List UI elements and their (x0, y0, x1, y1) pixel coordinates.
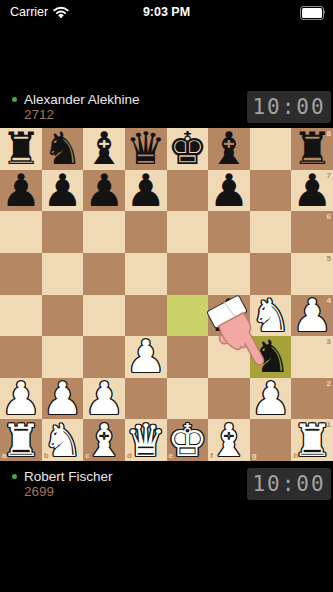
square-e6[interactable] (167, 211, 209, 253)
player-clock: 10:00 (247, 468, 331, 500)
status-time: 9:03 PM (0, 0, 333, 24)
square-h1[interactable]: ♜1h (291, 419, 333, 461)
square-d6[interactable] (125, 211, 167, 253)
rank-label-4: 4 (327, 297, 331, 305)
piece-white-bishop-f1[interactable]: ♝ (208, 419, 250, 461)
opponent-name: Alexander Alekhine (24, 92, 140, 107)
rank-label-7: 7 (327, 172, 331, 180)
player-info-bar: Robert Fischer 2699 10:00 (0, 463, 333, 505)
square-b7[interactable]: ♟ (42, 170, 84, 212)
square-b5[interactable] (42, 253, 84, 295)
piece-white-pawn-d3[interactable]: ♟ (125, 336, 167, 378)
square-h6[interactable]: 6 (291, 211, 333, 253)
rank-label-2: 2 (327, 380, 331, 388)
file-label-e: e (169, 452, 173, 460)
square-c1[interactable]: ♝c (83, 419, 125, 461)
file-label-f: f (210, 452, 213, 460)
square-c4[interactable] (83, 295, 125, 337)
square-a4[interactable] (0, 295, 42, 337)
square-d5[interactable] (125, 253, 167, 295)
piece-black-king-e8[interactable]: ♚ (167, 128, 209, 170)
square-e8[interactable]: ♚ (167, 128, 209, 170)
square-g7[interactable] (250, 170, 292, 212)
square-g2[interactable]: ♟ (250, 378, 292, 420)
opponent-clock: 10:00 (247, 91, 331, 123)
square-h3[interactable]: 3 (291, 336, 333, 378)
square-f3[interactable] (208, 336, 250, 378)
rank-label-8: 8 (327, 130, 331, 138)
square-e5[interactable] (167, 253, 209, 295)
piece-white-pawn-g2[interactable]: ♟ (250, 378, 292, 420)
square-c6[interactable] (83, 211, 125, 253)
square-g6[interactable] (250, 211, 292, 253)
square-h4[interactable]: ♟4 (291, 295, 333, 337)
square-a7[interactable]: ♟ (0, 170, 42, 212)
rank-label-5: 5 (327, 255, 331, 263)
file-label-a: a (2, 452, 6, 460)
square-a1[interactable]: ♜a (0, 419, 42, 461)
chess-board[interactable]: ♜♞♝♛♚♝♜8♟♟♟♟♟♟765♟♞♟4♟♞3♟♟♟♟2♜a♞b♝c♛d♚e♝… (0, 128, 333, 461)
square-h7[interactable]: ♟7 (291, 170, 333, 212)
square-e4[interactable] (167, 295, 209, 337)
file-label-g: g (252, 452, 257, 460)
rank-label-3: 3 (327, 338, 331, 346)
square-e3[interactable] (167, 336, 209, 378)
square-f1[interactable]: ♝f (208, 419, 250, 461)
opponent-rating: 2712 (24, 107, 140, 122)
file-label-d: d (127, 452, 132, 460)
file-label-h: h (293, 452, 298, 460)
online-status-icon (12, 474, 17, 479)
square-b4[interactable] (42, 295, 84, 337)
piece-black-pawn-d7[interactable]: ♟ (125, 170, 167, 212)
square-c7[interactable]: ♟ (83, 170, 125, 212)
status-bar: Carrier 9:03 PM (0, 0, 333, 24)
player-rating: 2699 (24, 484, 113, 499)
piece-black-pawn-a7[interactable]: ♟ (0, 170, 42, 212)
square-d1[interactable]: ♛d (125, 419, 167, 461)
file-label-b: b (44, 452, 49, 460)
square-e1[interactable]: ♚e (167, 419, 209, 461)
square-f6[interactable] (208, 211, 250, 253)
square-g1[interactable]: g (250, 419, 292, 461)
square-a5[interactable] (0, 253, 42, 295)
rank-label-6: 6 (327, 213, 331, 221)
square-g8[interactable] (250, 128, 292, 170)
square-b1[interactable]: ♞b (42, 419, 84, 461)
square-c5[interactable] (83, 253, 125, 295)
square-f7[interactable]: ♟ (208, 170, 250, 212)
square-f4[interactable]: ♟ (208, 295, 250, 337)
battery-icon (300, 6, 325, 18)
player-name: Robert Fischer (24, 469, 113, 484)
piece-black-pawn-f7[interactable]: ♟ (208, 170, 250, 212)
online-status-icon (12, 97, 17, 102)
square-d3[interactable]: ♟ (125, 336, 167, 378)
square-e7[interactable] (167, 170, 209, 212)
piece-black-pawn-f4[interactable]: ♟ (208, 295, 250, 337)
square-a6[interactable] (0, 211, 42, 253)
piece-black-pawn-c7[interactable]: ♟ (83, 170, 125, 212)
app-screen: Carrier 9:03 PM Alexander Alekhine 2712 … (0, 0, 333, 592)
square-b6[interactable] (42, 211, 84, 253)
piece-black-pawn-b7[interactable]: ♟ (42, 170, 84, 212)
rank-label-1: 1 (327, 421, 331, 429)
square-d7[interactable]: ♟ (125, 170, 167, 212)
file-label-c: c (85, 452, 89, 460)
